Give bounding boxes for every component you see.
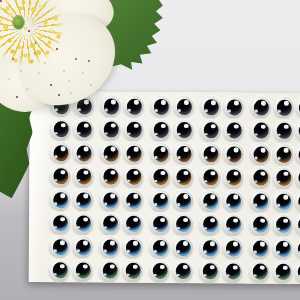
eye-sticker [149,237,170,258]
eye-sticker [200,96,221,117]
highlight-dot [278,133,281,136]
highlight-dot [228,133,231,136]
eye-row-green [49,260,300,283]
highlight-dot [254,251,257,254]
highlight-dot [277,274,280,277]
pistil [13,16,24,29]
eye-sticker [199,190,220,211]
highlight-dot [278,157,281,160]
eye-sticker [222,167,243,188]
eye-sticker [294,144,300,165]
flower-group [0,0,180,210]
highlight-dot [77,249,80,252]
highlight-dot [54,226,57,229]
eye-sticker [172,237,193,258]
eye-sticker [250,120,271,141]
eye-sticker [199,237,220,258]
eye-sticker [249,191,270,212]
highlight-dot [277,204,280,207]
highlight-dot [254,274,257,277]
highlight-dot [54,273,57,276]
highlight-dot [127,226,130,229]
eye-sticker [272,167,293,188]
highlight-dot [228,109,231,112]
highlight-dot [299,204,300,207]
eye-sticker [72,236,93,257]
highlight-dot [299,251,300,254]
eye-sticker [249,144,270,165]
eye-sticker [199,214,220,235]
highlight-dot [277,227,280,230]
highlight-dot [277,180,280,183]
eye-sticker [272,238,293,259]
eye-sticker [272,261,293,282]
eye-sticker [272,214,293,235]
eye-sticker [122,260,143,281]
photo-scene [0,0,300,300]
highlight-dot [277,251,280,254]
eye-sticker [172,213,193,234]
eye-sticker [222,214,243,235]
highlight-dot [77,273,80,276]
eye-sticker [249,167,270,188]
highlight-dot [227,274,230,277]
highlight-dot [255,110,258,113]
highlight-dot [104,226,107,229]
eye-sticker [99,260,120,281]
highlight-dot [228,156,231,159]
highlight-dot [278,110,281,113]
highlight-dot [127,250,130,253]
highlight-dot [227,203,230,206]
highlight-dot [154,226,157,229]
highlight-dot [227,180,230,183]
eye-row-blue [49,213,300,236]
highlight-dot [177,250,180,253]
eye-sticker [122,237,143,258]
highlight-dot [205,156,208,159]
highlight-dot [154,273,157,276]
highlight-dot [205,133,208,136]
eye-sticker [272,144,293,165]
highlight-dot [204,203,207,206]
eye-sticker [172,260,193,281]
highlight-dot [254,227,257,230]
eye-sticker [199,167,220,188]
eye-sticker [295,120,300,141]
anther-dots [24,27,27,30]
highlight-dot [77,226,80,229]
highlight-dot [227,250,230,253]
eye-sticker [200,120,221,141]
eye-sticker [223,96,244,117]
eye-sticker [149,260,170,281]
eye-sticker [199,261,220,282]
eye-sticker [249,238,270,259]
highlight-dot [299,274,300,277]
highlight-dot [127,273,130,276]
eye-sticker [294,214,300,235]
eye-sticker [49,260,70,281]
eye-sticker [222,143,243,164]
eye-sticker [72,260,93,281]
highlight-dot [177,274,180,277]
highlight-dot [104,250,107,253]
highlight-dot [177,227,180,230]
eye-sticker [222,261,243,282]
highlight-dot [255,133,258,136]
highlight-dot [299,180,300,183]
eye-sticker [72,213,93,234]
highlight-dot [205,109,208,112]
eye-sticker [249,214,270,235]
eye-sticker [122,213,143,234]
eye-sticker [295,97,300,118]
eye-row-blue [49,236,300,259]
eye-sticker [249,261,270,282]
highlight-dot [154,250,157,253]
eye-sticker [49,213,70,234]
eye-sticker [273,120,294,141]
highlight-dot [104,273,107,276]
highlight-dot [255,157,258,160]
highlight-dot [299,227,300,230]
eye-sticker [99,236,120,257]
eye-sticker [222,190,243,211]
eye-sticker [294,238,300,259]
eye-sticker [223,120,244,141]
highlight-dot [204,250,207,253]
highlight-dot [227,227,230,230]
highlight-dot [54,249,57,252]
highlight-dot [204,274,207,277]
eye-sticker [99,213,120,234]
eye-sticker [149,213,170,234]
eye-sticker [250,97,271,118]
eye-sticker [272,191,293,212]
eye-sticker [294,261,300,282]
eye-sticker [273,97,294,118]
highlight-dot [204,180,207,183]
eye-sticker [294,191,300,212]
eye-sticker [49,236,70,257]
highlight-dot [254,180,257,183]
eye-sticker [199,143,220,164]
highlight-dot [204,227,207,230]
eye-sticker [222,237,243,258]
highlight-dot [254,204,257,207]
eye-sticker [294,167,300,188]
